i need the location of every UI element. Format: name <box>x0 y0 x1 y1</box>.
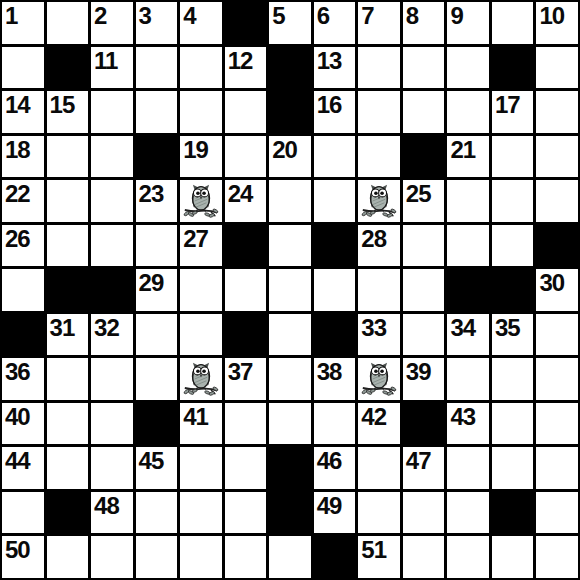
clue-number: 23 <box>139 181 164 206</box>
grid-cell[interactable] <box>447 225 489 267</box>
clue-number: 1 <box>5 3 17 28</box>
owl-cell <box>180 358 222 400</box>
grid-cell[interactable]: 3 <box>136 2 178 44</box>
grid-cell[interactable] <box>536 447 578 489</box>
grid-cell[interactable]: 33 <box>358 314 400 356</box>
grid-cell[interactable] <box>492 136 534 178</box>
clue-number: 28 <box>361 226 386 251</box>
grid-cell[interactable] <box>91 403 133 445</box>
block-cell <box>47 269 89 311</box>
grid-cell[interactable]: 42 <box>358 403 400 445</box>
grid-cell[interactable] <box>536 314 578 356</box>
grid-cell[interactable] <box>403 492 445 534</box>
grid-cell[interactable]: 24 <box>225 180 267 222</box>
owl-icon <box>361 361 397 397</box>
block-cell <box>492 492 534 534</box>
clue-number: 45 <box>139 448 164 473</box>
owl-cell <box>358 358 400 400</box>
owl-icon <box>183 361 219 397</box>
grid-cell[interactable]: 19 <box>180 136 222 178</box>
grid-cell[interactable] <box>136 91 178 133</box>
clue-number: 19 <box>183 137 208 162</box>
grid-cell[interactable]: 47 <box>403 447 445 489</box>
grid-cell[interactable]: 23 <box>136 180 178 222</box>
block-cell <box>269 91 311 133</box>
clue-number: 13 <box>317 48 342 73</box>
clue-number: 27 <box>183 226 208 251</box>
grid-cell[interactable] <box>180 47 222 89</box>
clue-number: 3 <box>139 3 151 28</box>
clue-number: 36 <box>5 359 30 384</box>
grid-cell[interactable]: 48 <box>91 492 133 534</box>
clue-number: 39 <box>406 359 431 384</box>
clue-number: 8 <box>406 3 418 28</box>
grid-cell[interactable] <box>403 91 445 133</box>
grid-cell[interactable] <box>180 91 222 133</box>
crossword-board: 1234567891011121314151617181920212223 24 <box>0 0 580 580</box>
clue-number: 18 <box>5 137 30 162</box>
grid-cell[interactable] <box>403 269 445 311</box>
block-cell <box>269 447 311 489</box>
grid-cell[interactable]: 9 <box>447 2 489 44</box>
grid-cell[interactable]: 21 <box>447 136 489 178</box>
grid-cell[interactable] <box>136 314 178 356</box>
grid-cell[interactable] <box>492 447 534 489</box>
grid-cell[interactable] <box>2 269 44 311</box>
grid-cell[interactable]: 44 <box>2 447 44 489</box>
grid-cell[interactable] <box>2 47 44 89</box>
grid-cell[interactable] <box>91 225 133 267</box>
clue-number: 22 <box>5 181 30 206</box>
clue-number: 32 <box>94 315 119 340</box>
grid-cell[interactable] <box>91 536 133 578</box>
grid-cell[interactable]: 46 <box>314 447 356 489</box>
grid-cell[interactable] <box>269 225 311 267</box>
clue-number: 41 <box>183 404 208 429</box>
grid-cell[interactable] <box>2 492 44 534</box>
grid-cell[interactable] <box>225 536 267 578</box>
clue-number: 30 <box>539 270 564 295</box>
grid-cell[interactable] <box>47 447 89 489</box>
grid-cell[interactable] <box>358 269 400 311</box>
clue-number: 46 <box>317 448 342 473</box>
grid-cell[interactable]: 40 <box>2 403 44 445</box>
grid-cell[interactable] <box>536 136 578 178</box>
block-cell <box>314 536 356 578</box>
clue-number: 25 <box>406 181 431 206</box>
grid-cell[interactable]: 17 <box>492 91 534 133</box>
grid-cell[interactable]: 22 <box>2 180 44 222</box>
grid-cell[interactable] <box>358 136 400 178</box>
grid-cell[interactable]: 36 <box>2 358 44 400</box>
grid-cell[interactable] <box>536 91 578 133</box>
grid-cell[interactable] <box>358 47 400 89</box>
grid-cell[interactable] <box>358 447 400 489</box>
clue-number: 44 <box>5 448 30 473</box>
owl-cell <box>358 180 400 222</box>
grid-cell[interactable]: 25 <box>403 180 445 222</box>
clue-number: 7 <box>361 3 373 28</box>
clue-number: 16 <box>317 92 342 117</box>
grid-cell[interactable] <box>492 225 534 267</box>
grid-cell[interactable]: 34 <box>447 314 489 356</box>
block-cell <box>314 225 356 267</box>
grid-cell[interactable] <box>47 136 89 178</box>
grid-cell[interactable] <box>536 536 578 578</box>
grid-cell[interactable] <box>47 358 89 400</box>
grid-cell[interactable] <box>180 447 222 489</box>
grid-cell[interactable]: 20 <box>269 136 311 178</box>
clue-number: 35 <box>495 315 520 340</box>
grid-cell[interactable] <box>536 358 578 400</box>
grid-cell[interactable]: 28 <box>358 225 400 267</box>
grid-cell[interactable] <box>180 269 222 311</box>
grid-cell[interactable] <box>136 536 178 578</box>
grid-cell[interactable] <box>47 2 89 44</box>
block-cell <box>269 492 311 534</box>
block-cell <box>225 2 267 44</box>
clue-number: 15 <box>50 92 75 117</box>
block-cell <box>403 136 445 178</box>
grid-cell[interactable] <box>225 136 267 178</box>
grid-cell[interactable] <box>136 492 178 534</box>
grid-cell[interactable] <box>447 91 489 133</box>
grid-cell[interactable]: 29 <box>136 269 178 311</box>
grid-cell[interactable]: 30 <box>536 269 578 311</box>
grid-cell[interactable] <box>314 403 356 445</box>
grid-cell[interactable] <box>358 492 400 534</box>
block-cell <box>225 314 267 356</box>
grid-cell[interactable] <box>47 536 89 578</box>
grid-cell[interactable]: 6 <box>314 2 356 44</box>
grid-cell[interactable] <box>536 180 578 222</box>
grid-cell[interactable]: 27 <box>180 225 222 267</box>
grid-cell[interactable] <box>91 136 133 178</box>
grid-cell[interactable] <box>47 225 89 267</box>
block-cell <box>47 492 89 534</box>
grid-cell[interactable] <box>180 492 222 534</box>
grid-cell[interactable] <box>536 403 578 445</box>
clue-number: 31 <box>50 315 75 340</box>
block-cell <box>47 47 89 89</box>
grid-cell[interactable]: 2 <box>91 2 133 44</box>
clue-number: 6 <box>317 3 329 28</box>
grid-cell[interactable]: 26 <box>2 225 44 267</box>
grid-cell[interactable] <box>447 536 489 578</box>
clue-number: 40 <box>5 404 30 429</box>
grid-cell[interactable]: 37 <box>225 358 267 400</box>
grid-cell[interactable] <box>225 492 267 534</box>
grid-cell[interactable] <box>269 358 311 400</box>
clue-number: 21 <box>450 137 475 162</box>
clue-number: 50 <box>5 537 30 562</box>
owl-icon <box>183 183 219 219</box>
clue-number: 33 <box>361 315 386 340</box>
clue-number: 5 <box>272 3 284 28</box>
grid-cell[interactable] <box>136 358 178 400</box>
block-cell <box>492 47 534 89</box>
grid-cell[interactable] <box>314 269 356 311</box>
block-cell <box>91 269 133 311</box>
grid-cell[interactable]: 41 <box>180 403 222 445</box>
grid-cell[interactable] <box>225 269 267 311</box>
grid-cell[interactable] <box>447 47 489 89</box>
clue-number: 42 <box>361 404 386 429</box>
clue-number: 12 <box>228 48 253 73</box>
grid-cell[interactable]: 1 <box>2 2 44 44</box>
grid-cell[interactable] <box>91 180 133 222</box>
block-cell <box>225 225 267 267</box>
grid-cell[interactable] <box>403 47 445 89</box>
clue-number: 38 <box>317 359 342 384</box>
clue-number: 10 <box>539 3 564 28</box>
grid-cell[interactable] <box>492 403 534 445</box>
grid-cell[interactable] <box>403 314 445 356</box>
grid-cell[interactable] <box>269 536 311 578</box>
grid-cell[interactable] <box>492 2 534 44</box>
block-cell <box>536 225 578 267</box>
grid-cell[interactable] <box>91 91 133 133</box>
grid-cell[interactable] <box>447 492 489 534</box>
grid-cell[interactable]: 13 <box>314 47 356 89</box>
clue-number: 4 <box>183 3 195 28</box>
grid-cell[interactable] <box>91 358 133 400</box>
clue-number: 29 <box>139 270 164 295</box>
grid-cell[interactable] <box>225 91 267 133</box>
grid-cell[interactable] <box>47 180 89 222</box>
owl-icon <box>361 183 397 219</box>
grid-cell[interactable]: 8 <box>403 2 445 44</box>
grid-cell[interactable] <box>269 314 311 356</box>
grid-cell[interactable] <box>225 447 267 489</box>
grid-cell[interactable]: 45 <box>136 447 178 489</box>
grid-cell[interactable] <box>403 225 445 267</box>
block-cell <box>269 47 311 89</box>
block-cell <box>136 136 178 178</box>
grid-cell[interactable] <box>492 536 534 578</box>
grid-cell[interactable]: 32 <box>91 314 133 356</box>
clue-number: 24 <box>228 181 253 206</box>
grid-cell[interactable]: 14 <box>2 91 44 133</box>
grid-cell[interactable] <box>447 180 489 222</box>
clue-number: 37 <box>228 359 253 384</box>
block-cell <box>492 269 534 311</box>
block-cell <box>314 314 356 356</box>
clue-number: 20 <box>272 137 297 162</box>
grid-cell[interactable]: 43 <box>447 403 489 445</box>
clue-number: 17 <box>495 92 520 117</box>
grid-cell[interactable]: 50 <box>2 536 44 578</box>
grid-cell[interactable]: 38 <box>314 358 356 400</box>
grid-cell[interactable] <box>225 403 267 445</box>
clue-number: 48 <box>94 493 119 518</box>
block-cell <box>136 403 178 445</box>
clue-number: 26 <box>5 226 30 251</box>
grid-cell[interactable]: 18 <box>2 136 44 178</box>
grid-cell[interactable] <box>447 358 489 400</box>
grid-cell[interactable] <box>180 536 222 578</box>
owl-cell <box>180 180 222 222</box>
clue-number: 43 <box>450 404 475 429</box>
clue-number: 49 <box>317 493 342 518</box>
grid-cell[interactable]: 16 <box>314 91 356 133</box>
grid-cell[interactable] <box>492 180 534 222</box>
grid-cell[interactable]: 12 <box>225 47 267 89</box>
grid-cell[interactable]: 5 <box>269 2 311 44</box>
grid-cell[interactable]: 49 <box>314 492 356 534</box>
grid-cell[interactable]: 39 <box>403 358 445 400</box>
grid-cell[interactable] <box>47 403 89 445</box>
grid-cell[interactable] <box>403 536 445 578</box>
clue-number: 9 <box>450 3 462 28</box>
grid-cell[interactable] <box>536 47 578 89</box>
block-cell <box>2 314 44 356</box>
clue-number: 2 <box>94 3 106 28</box>
grid-cell[interactable] <box>269 403 311 445</box>
grid-cell[interactable] <box>269 180 311 222</box>
grid-cell[interactable]: 4 <box>180 2 222 44</box>
clue-number: 11 <box>94 48 117 73</box>
grid-cell[interactable] <box>136 225 178 267</box>
block-cell <box>403 403 445 445</box>
grid-cell[interactable] <box>91 447 133 489</box>
clue-number: 14 <box>5 92 30 117</box>
grid-cell[interactable] <box>136 47 178 89</box>
grid-cell[interactable] <box>447 447 489 489</box>
grid-cell[interactable] <box>536 492 578 534</box>
grid-cell[interactable]: 11 <box>91 47 133 89</box>
clue-number: 47 <box>406 448 431 473</box>
grid-cell[interactable] <box>492 358 534 400</box>
grid-cell[interactable]: 7 <box>358 2 400 44</box>
grid-cell[interactable] <box>314 180 356 222</box>
grid-cell[interactable] <box>358 91 400 133</box>
grid-cell[interactable]: 15 <box>47 91 89 133</box>
grid-cell[interactable] <box>180 314 222 356</box>
grid-cell[interactable]: 35 <box>492 314 534 356</box>
grid-cell[interactable]: 31 <box>47 314 89 356</box>
clue-number: 51 <box>361 537 386 562</box>
grid-cell[interactable] <box>314 136 356 178</box>
grid-cell[interactable]: 51 <box>358 536 400 578</box>
block-cell <box>447 269 489 311</box>
grid-cell[interactable]: 10 <box>536 2 578 44</box>
grid-cell[interactable] <box>269 269 311 311</box>
clue-number: 34 <box>450 315 475 340</box>
